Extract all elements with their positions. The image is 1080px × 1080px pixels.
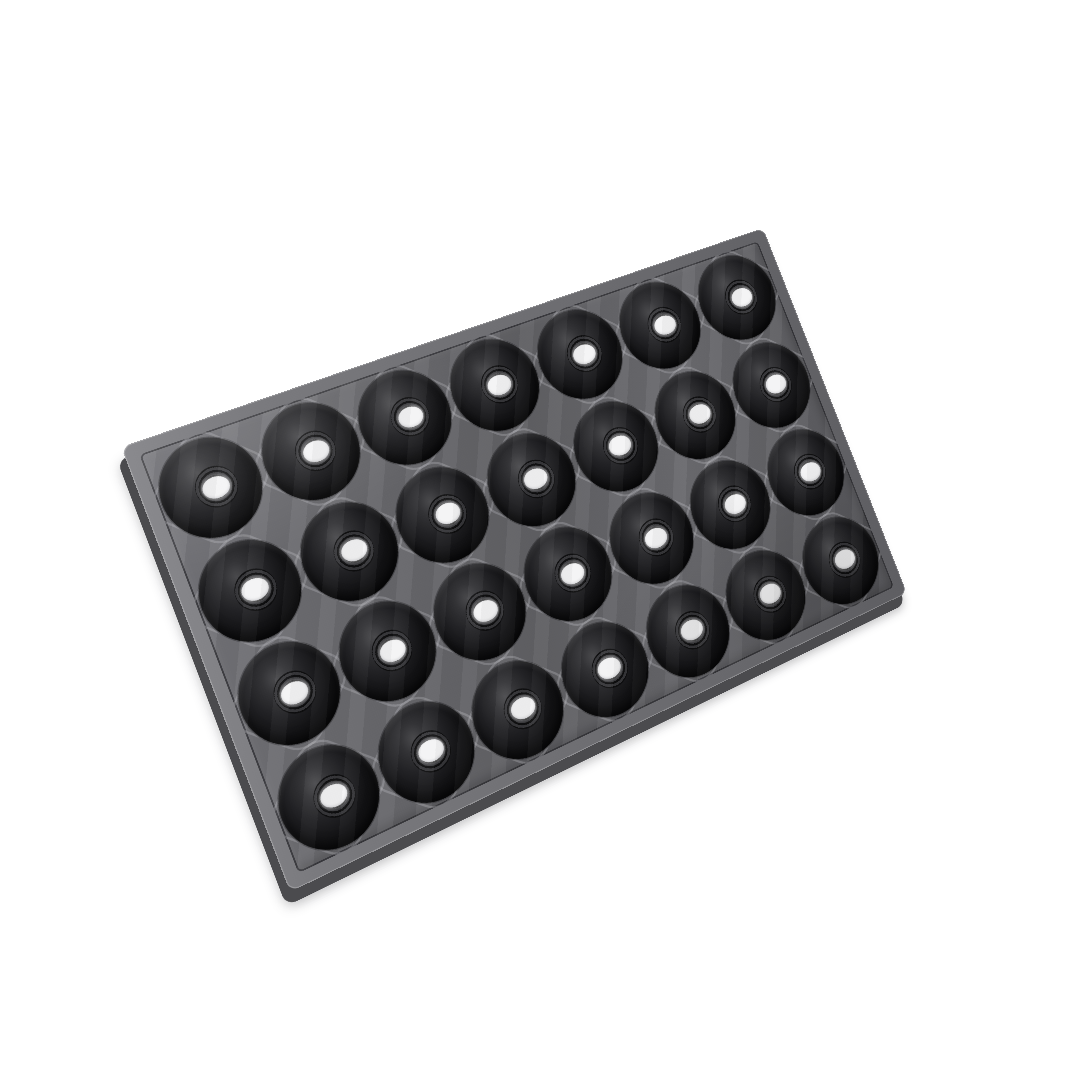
tray-field: [139, 241, 894, 873]
product-photo-canvas: [0, 0, 1080, 1080]
